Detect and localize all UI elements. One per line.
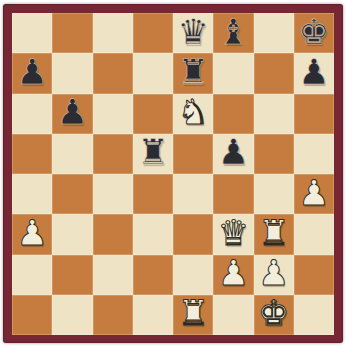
square-d3[interactable] (133, 214, 173, 254)
square-e4[interactable] (173, 174, 213, 214)
white-pawn[interactable]: ♟ (258, 256, 289, 291)
black-queen[interactable]: ♛ (177, 15, 208, 50)
square-h2[interactable] (294, 255, 334, 295)
square-h1[interactable] (294, 295, 334, 335)
black-pawn[interactable]: ♟ (298, 55, 329, 90)
square-g7[interactable] (254, 53, 294, 93)
square-d4[interactable] (133, 174, 173, 214)
square-d8[interactable] (133, 13, 173, 53)
square-b1[interactable] (52, 295, 92, 335)
square-f6[interactable] (213, 94, 253, 134)
black-king[interactable]: ♚ (298, 15, 329, 50)
square-b5[interactable] (52, 134, 92, 174)
square-f7[interactable] (213, 53, 253, 93)
square-h8[interactable]: ♚ (294, 13, 334, 53)
square-a6[interactable] (12, 94, 52, 134)
square-e3[interactable] (173, 214, 213, 254)
square-g6[interactable] (254, 94, 294, 134)
square-c6[interactable] (93, 94, 133, 134)
square-d5[interactable]: ♜ (133, 134, 173, 174)
square-a5[interactable] (12, 134, 52, 174)
square-c8[interactable] (93, 13, 133, 53)
black-rook[interactable]: ♜ (137, 135, 168, 170)
square-c7[interactable] (93, 53, 133, 93)
square-d2[interactable] (133, 255, 173, 295)
black-pawn[interactable]: ♟ (57, 95, 88, 130)
white-pawn[interactable]: ♟ (218, 256, 249, 291)
square-g4[interactable] (254, 174, 294, 214)
black-bishop[interactable]: ♝ (218, 15, 249, 50)
square-e1[interactable]: ♜ (173, 295, 213, 335)
white-pawn[interactable]: ♟ (298, 176, 329, 211)
square-c4[interactable] (93, 174, 133, 214)
square-c5[interactable] (93, 134, 133, 174)
square-b6[interactable]: ♟ (52, 94, 92, 134)
white-king[interactable]: ♚ (258, 296, 289, 331)
black-rook[interactable]: ♜ (177, 55, 208, 90)
white-rook[interactable]: ♜ (177, 296, 208, 331)
chess-board: ♛♝♚♟♜♟♟♞♜♟♟♟♛♜♟♟♜♚ (12, 13, 334, 335)
square-a2[interactable] (12, 255, 52, 295)
square-b4[interactable] (52, 174, 92, 214)
square-h6[interactable] (294, 94, 334, 134)
square-d6[interactable] (133, 94, 173, 134)
square-g1[interactable]: ♚ (254, 295, 294, 335)
square-e5[interactable] (173, 134, 213, 174)
square-g5[interactable] (254, 134, 294, 174)
square-h4[interactable]: ♟ (294, 174, 334, 214)
square-a3[interactable]: ♟ (12, 214, 52, 254)
black-pawn[interactable]: ♟ (16, 55, 47, 90)
chess-diagram-page: ♛♝♚♟♜♟♟♞♜♟♟♟♛♜♟♟♜♚ (0, 0, 346, 347)
square-b8[interactable] (52, 13, 92, 53)
square-e6[interactable]: ♞ (173, 94, 213, 134)
square-g8[interactable] (254, 13, 294, 53)
square-g2[interactable]: ♟ (254, 255, 294, 295)
square-h7[interactable]: ♟ (294, 53, 334, 93)
square-a8[interactable] (12, 13, 52, 53)
white-queen[interactable]: ♛ (218, 216, 249, 251)
square-a7[interactable]: ♟ (12, 53, 52, 93)
square-c1[interactable] (93, 295, 133, 335)
white-knight[interactable]: ♞ (177, 95, 208, 130)
square-e8[interactable]: ♛ (173, 13, 213, 53)
square-a1[interactable] (12, 295, 52, 335)
white-rook[interactable]: ♜ (258, 216, 289, 251)
square-g3[interactable]: ♜ (254, 214, 294, 254)
square-d7[interactable] (133, 53, 173, 93)
square-f1[interactable] (213, 295, 253, 335)
square-d1[interactable] (133, 295, 173, 335)
square-f8[interactable]: ♝ (213, 13, 253, 53)
square-e2[interactable] (173, 255, 213, 295)
square-c2[interactable] (93, 255, 133, 295)
square-h3[interactable] (294, 214, 334, 254)
square-e7[interactable]: ♜ (173, 53, 213, 93)
square-f5[interactable]: ♟ (213, 134, 253, 174)
square-f2[interactable]: ♟ (213, 255, 253, 295)
square-f3[interactable]: ♛ (213, 214, 253, 254)
square-h5[interactable] (294, 134, 334, 174)
white-pawn[interactable]: ♟ (16, 216, 47, 251)
square-a4[interactable] (12, 174, 52, 214)
square-f4[interactable] (213, 174, 253, 214)
square-b2[interactable] (52, 255, 92, 295)
square-b7[interactable] (52, 53, 92, 93)
black-pawn[interactable]: ♟ (218, 135, 249, 170)
square-b3[interactable] (52, 214, 92, 254)
square-c3[interactable] (93, 214, 133, 254)
